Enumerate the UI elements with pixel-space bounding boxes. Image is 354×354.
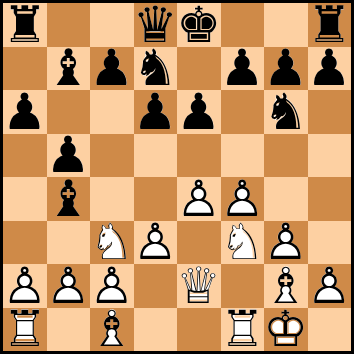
square-d2[interactable] [134,264,178,308]
square-b4[interactable]: ♗♝ [47,177,91,221]
piece-outline-layer: ♜ [308,3,352,47]
piece-outline-layer: ♝ [47,47,91,91]
square-c1[interactable]: ♝♗ [90,308,134,352]
square-b2[interactable]: ♟♙ [47,264,91,308]
piece-body-layer: ♟ [264,221,308,265]
piece-outline-layer: ♟ [221,47,265,91]
piece-outline-layer: ♟ [264,47,308,91]
black-knight[interactable]: ♘♞ [264,90,308,134]
square-f2[interactable] [221,264,265,308]
black-bishop[interactable]: ♗♝ [47,177,91,221]
white-pawn[interactable]: ♟♙ [47,264,91,308]
piece-outline-layer: ♙ [221,177,265,221]
piece-outline-layer: ♝ [47,177,91,221]
square-d6[interactable]: ♙♟ [134,90,178,134]
piece-body-layer: ♘ [134,47,178,91]
piece-outline-layer: ♘ [221,221,265,265]
square-d4[interactable] [134,177,178,221]
white-pawn[interactable]: ♟♙ [134,221,178,265]
black-rook[interactable]: ♖♜ [3,3,47,47]
black-rook[interactable]: ♖♜ [308,3,352,47]
piece-body-layer: ♝ [90,308,134,352]
square-f5[interactable] [221,134,265,178]
square-g4[interactable] [264,177,308,221]
square-e4[interactable]: ♟♙ [177,177,221,221]
piece-outline-layer: ♖ [3,308,47,352]
piece-body-layer: ♟ [90,264,134,308]
piece-body-layer: ♟ [47,264,91,308]
black-knight[interactable]: ♘♞ [134,47,178,91]
white-pawn[interactable]: ♟♙ [221,177,265,221]
piece-body-layer: ♗ [47,177,91,221]
square-h3[interactable] [308,221,352,265]
piece-body-layer: ♕ [134,3,178,47]
piece-body-layer: ♟ [221,177,265,221]
piece-outline-layer: ♞ [134,47,178,91]
black-pawn[interactable]: ♙♟ [134,90,178,134]
square-b6[interactable] [47,90,91,134]
square-f8[interactable] [221,3,265,47]
piece-body-layer: ♙ [3,90,47,134]
black-bishop[interactable]: ♗♝ [47,47,91,91]
square-a1[interactable]: ♜♖ [3,308,47,352]
piece-body-layer: ♞ [90,221,134,265]
square-c4[interactable] [90,177,134,221]
piece-body-layer: ♜ [221,308,265,352]
white-knight[interactable]: ♞♘ [221,221,265,265]
black-queen[interactable]: ♕♛ [134,3,178,47]
white-rook[interactable]: ♜♖ [3,308,47,352]
white-king[interactable]: ♚♔ [264,308,308,352]
square-b3[interactable] [47,221,91,265]
piece-body-layer: ♙ [47,134,91,178]
piece-outline-layer: ♟ [177,90,221,134]
square-f4[interactable]: ♟♙ [221,177,265,221]
square-d3[interactable]: ♟♙ [134,221,178,265]
piece-outline-layer: ♖ [221,308,265,352]
piece-outline-layer: ♟ [90,47,134,91]
piece-outline-layer: ♙ [264,221,308,265]
piece-body-layer: ♟ [3,264,47,308]
white-rook[interactable]: ♜♖ [221,308,265,352]
black-pawn[interactable]: ♙♟ [3,90,47,134]
piece-outline-layer: ♛ [134,3,178,47]
square-b5[interactable]: ♙♟ [47,134,91,178]
piece-body-layer: ♟ [308,264,352,308]
piece-outline-layer: ♘ [90,221,134,265]
white-queen[interactable]: ♛♕ [177,264,221,308]
piece-body-layer: ♝ [264,264,308,308]
white-pawn[interactable]: ♟♙ [308,264,352,308]
square-c8[interactable] [90,3,134,47]
piece-body-layer: ♚ [264,308,308,352]
piece-body-layer: ♙ [90,47,134,91]
square-c5[interactable] [90,134,134,178]
square-b8[interactable] [47,3,91,47]
square-h2[interactable]: ♟♙ [308,264,352,308]
square-g1[interactable]: ♚♔ [264,308,308,352]
piece-body-layer: ♖ [3,3,47,47]
square-h4[interactable] [308,177,352,221]
square-d1[interactable] [134,308,178,352]
piece-outline-layer: ♙ [134,221,178,265]
piece-outline-layer: ♟ [308,47,352,91]
square-c3[interactable]: ♞♘ [90,221,134,265]
square-c7[interactable]: ♙♟ [90,47,134,91]
piece-outline-layer: ♜ [3,3,47,47]
piece-body-layer: ♟ [177,177,221,221]
square-g7[interactable]: ♙♟ [264,47,308,91]
square-a6[interactable]: ♙♟ [3,90,47,134]
square-a7[interactable] [3,47,47,91]
piece-body-layer: ♜ [3,308,47,352]
square-b1[interactable] [47,308,91,352]
piece-outline-layer: ♟ [3,90,47,134]
square-d8[interactable]: ♕♛ [134,3,178,47]
piece-outline-layer: ♙ [47,264,91,308]
piece-outline-layer: ♙ [308,264,352,308]
piece-outline-layer: ♙ [90,264,134,308]
piece-outline-layer: ♗ [90,308,134,352]
black-pawn[interactable]: ♙♟ [47,134,91,178]
square-c6[interactable] [90,90,134,134]
white-bishop[interactable]: ♝♗ [264,264,308,308]
square-b7[interactable]: ♗♝ [47,47,91,91]
piece-body-layer: ♙ [264,47,308,91]
square-g2[interactable]: ♝♗ [264,264,308,308]
piece-body-layer: ♙ [221,47,265,91]
piece-body-layer: ♙ [308,47,352,91]
piece-body-layer: ♘ [264,90,308,134]
piece-outline-layer: ♞ [264,90,308,134]
square-e8[interactable]: ♔♚ [177,3,221,47]
square-f1[interactable]: ♜♖ [221,308,265,352]
piece-outline-layer: ♙ [177,177,221,221]
square-h5[interactable] [308,134,352,178]
square-e1[interactable] [177,308,221,352]
black-pawn[interactable]: ♙♟ [264,47,308,91]
square-a2[interactable]: ♟♙ [3,264,47,308]
square-e7[interactable] [177,47,221,91]
square-e6[interactable]: ♙♟ [177,90,221,134]
piece-body-layer: ♙ [177,90,221,134]
piece-outline-layer: ♟ [47,134,91,178]
square-d7[interactable]: ♘♞ [134,47,178,91]
black-pawn[interactable]: ♙♟ [90,47,134,91]
piece-outline-layer: ♗ [264,264,308,308]
piece-outline-layer: ♔ [264,308,308,352]
piece-body-layer: ♗ [47,47,91,91]
white-bishop[interactable]: ♝♗ [90,308,134,352]
piece-outline-layer: ♙ [3,264,47,308]
square-h6[interactable] [308,90,352,134]
square-d5[interactable] [134,134,178,178]
black-king[interactable]: ♔♚ [177,3,221,47]
chess-board: ♖♜♕♛♔♚♖♜♗♝♙♟♘♞♙♟♙♟♙♟♙♟♙♟♙♟♘♞♙♟♗♝♟♙♟♙♞♘♟♙… [3,3,351,351]
white-pawn[interactable]: ♟♙ [177,177,221,221]
piece-body-layer: ♙ [134,90,178,134]
piece-body-layer: ♖ [308,3,352,47]
piece-body-layer: ♔ [177,3,221,47]
white-pawn[interactable]: ♟♙ [264,221,308,265]
piece-outline-layer: ♚ [177,3,221,47]
piece-body-layer: ♛ [177,264,221,308]
square-f3[interactable]: ♞♘ [221,221,265,265]
square-g5[interactable] [264,134,308,178]
white-pawn[interactable]: ♟♙ [90,264,134,308]
square-a8[interactable]: ♖♜ [3,3,47,47]
square-c2[interactable]: ♟♙ [90,264,134,308]
square-h7[interactable]: ♙♟ [308,47,352,91]
square-g3[interactable]: ♟♙ [264,221,308,265]
black-pawn[interactable]: ♙♟ [308,47,352,91]
square-a3[interactable] [3,221,47,265]
square-a5[interactable] [3,134,47,178]
square-e2[interactable]: ♛♕ [177,264,221,308]
piece-body-layer: ♟ [134,221,178,265]
black-pawn[interactable]: ♙♟ [177,90,221,134]
square-h1[interactable] [308,308,352,352]
square-e3[interactable] [177,221,221,265]
square-a4[interactable] [3,177,47,221]
square-g6[interactable]: ♘♞ [264,90,308,134]
square-e5[interactable] [177,134,221,178]
square-f7[interactable]: ♙♟ [221,47,265,91]
piece-body-layer: ♞ [221,221,265,265]
square-f6[interactable] [221,90,265,134]
square-g8[interactable] [264,3,308,47]
black-pawn[interactable]: ♙♟ [221,47,265,91]
square-h8[interactable]: ♖♜ [308,3,352,47]
white-knight[interactable]: ♞♘ [90,221,134,265]
piece-outline-layer: ♟ [134,90,178,134]
white-pawn[interactable]: ♟♙ [3,264,47,308]
piece-outline-layer: ♕ [177,264,221,308]
